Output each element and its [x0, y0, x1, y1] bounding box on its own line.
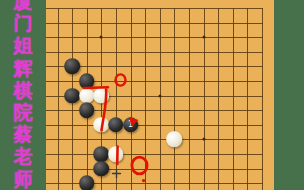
grid-hline	[46, 8, 263, 9]
grid-vline	[218, 8, 219, 190]
white-stone[interactable]	[108, 146, 124, 162]
black-stone[interactable]	[79, 102, 95, 118]
black-stone[interactable]	[108, 117, 124, 133]
black-stone-move-1[interactable]: 1	[123, 117, 139, 133]
black-stone[interactable]	[64, 59, 80, 75]
grid-vline	[174, 8, 175, 190]
watermark-char: 棋	[11, 80, 35, 100]
grid-hline	[46, 154, 263, 155]
white-stone[interactable]	[94, 117, 110, 133]
move-number-label: 1	[128, 121, 133, 129]
grid-vline	[262, 8, 263, 190]
white-stone[interactable]	[79, 88, 95, 104]
white-stone[interactable]	[94, 88, 110, 104]
right-banner	[274, 0, 304, 190]
star-point	[158, 94, 161, 97]
black-stone[interactable]	[64, 88, 80, 104]
grid-vline	[145, 8, 146, 190]
star-point	[202, 138, 205, 141]
watermark-char: 姐	[11, 35, 35, 55]
grid-vline	[58, 8, 59, 190]
grid-hline	[46, 23, 263, 24]
watermark-char: 辉	[11, 58, 35, 78]
watermark-char: 老	[11, 146, 35, 166]
grid-hline	[46, 37, 263, 38]
black-stone[interactable]	[79, 73, 95, 89]
star-point	[202, 36, 205, 39]
black-stone[interactable]	[94, 161, 110, 177]
video-frame: 1 厦门姐辉棋院蔡老师	[0, 0, 304, 190]
watermark-char: 厦	[11, 0, 35, 11]
grid-hline	[46, 52, 263, 53]
grid-hline	[46, 125, 263, 126]
watermark-char: 师	[11, 169, 35, 189]
grid-vline	[131, 8, 132, 190]
grid-vline	[116, 8, 117, 190]
white-stone[interactable]	[167, 132, 183, 148]
grid-hline	[46, 169, 263, 170]
watermark-char: 蔡	[11, 124, 35, 144]
grid-vline	[233, 8, 234, 190]
grid-vline	[189, 8, 190, 190]
watermark-char: 门	[11, 13, 35, 33]
black-stone[interactable]	[94, 146, 110, 162]
grid-hline	[46, 139, 263, 140]
black-stone[interactable]	[79, 175, 95, 190]
grid-vline	[160, 8, 161, 190]
grid-vline	[247, 8, 248, 190]
watermark-char: 院	[11, 102, 35, 122]
star-point	[100, 36, 103, 39]
